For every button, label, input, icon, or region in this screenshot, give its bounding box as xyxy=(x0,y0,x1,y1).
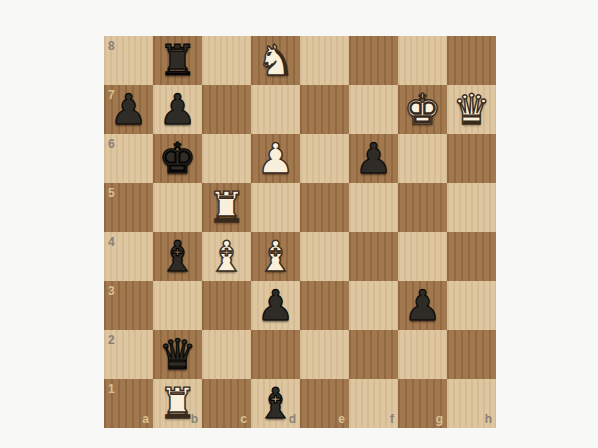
black-bishop[interactable]: ♝ xyxy=(251,379,300,428)
square-g3[interactable]: ♟ xyxy=(398,281,447,330)
square-d3[interactable]: ♟ xyxy=(251,281,300,330)
square-g7[interactable]: ♚ xyxy=(398,85,447,134)
square-g8[interactable] xyxy=(398,36,447,85)
file-label-e: e xyxy=(338,412,345,426)
black-rook[interactable]: ♜ xyxy=(153,36,202,85)
rank-label-5: 5 xyxy=(108,186,115,200)
file-label-a: a xyxy=(142,412,149,426)
square-c2[interactable] xyxy=(202,330,251,379)
square-a5[interactable]: 5 xyxy=(104,183,153,232)
square-b6[interactable]: ♚ xyxy=(153,134,202,183)
file-label-f: f xyxy=(390,412,394,426)
black-pawn[interactable]: ♟ xyxy=(398,281,447,330)
rank-label-6: 6 xyxy=(108,137,115,151)
square-g4[interactable] xyxy=(398,232,447,281)
square-h7[interactable]: ♛ xyxy=(447,85,496,134)
square-f6[interactable]: ♟ xyxy=(349,134,398,183)
square-e2[interactable] xyxy=(300,330,349,379)
rank-label-2: 2 xyxy=(108,333,115,347)
square-h5[interactable] xyxy=(447,183,496,232)
square-b7[interactable]: ♟ xyxy=(153,85,202,134)
white-knight[interactable]: ♞ xyxy=(251,36,300,85)
square-h8[interactable] xyxy=(447,36,496,85)
white-bishop[interactable]: ♝ xyxy=(202,232,251,281)
square-a6[interactable]: 6 xyxy=(104,134,153,183)
square-d1[interactable]: d♝ xyxy=(251,379,300,428)
black-pawn[interactable]: ♟ xyxy=(349,134,398,183)
square-f5[interactable] xyxy=(349,183,398,232)
white-bishop[interactable]: ♝ xyxy=(251,232,300,281)
square-b8[interactable]: ♜ xyxy=(153,36,202,85)
square-c7[interactable] xyxy=(202,85,251,134)
square-g2[interactable] xyxy=(398,330,447,379)
square-d8[interactable]: ♞ xyxy=(251,36,300,85)
white-rook[interactable]: ♜ xyxy=(153,379,202,428)
square-f3[interactable] xyxy=(349,281,398,330)
black-pawn[interactable]: ♟ xyxy=(153,85,202,134)
square-g1[interactable]: g xyxy=(398,379,447,428)
black-bishop[interactable]: ♝ xyxy=(153,232,202,281)
square-f4[interactable] xyxy=(349,232,398,281)
chess-board: 8♜♞7♟♟♚♛6♚♟♟5♜4♝♝♝3♟♟2♛1ab♜cd♝efgh xyxy=(104,36,496,428)
square-a4[interactable]: 4 xyxy=(104,232,153,281)
square-g6[interactable] xyxy=(398,134,447,183)
rank-label-1: 1 xyxy=(108,382,115,396)
square-c4[interactable]: ♝ xyxy=(202,232,251,281)
square-h1[interactable]: h xyxy=(447,379,496,428)
square-b5[interactable] xyxy=(153,183,202,232)
square-b1[interactable]: b♜ xyxy=(153,379,202,428)
black-queen[interactable]: ♛ xyxy=(153,330,202,379)
square-e8[interactable] xyxy=(300,36,349,85)
black-pawn[interactable]: ♟ xyxy=(104,85,153,134)
white-pawn[interactable]: ♟ xyxy=(251,134,300,183)
black-pawn[interactable]: ♟ xyxy=(251,281,300,330)
square-h6[interactable] xyxy=(447,134,496,183)
white-queen[interactable]: ♛ xyxy=(447,85,496,134)
square-c1[interactable]: c xyxy=(202,379,251,428)
file-label-g: g xyxy=(436,412,443,426)
black-king[interactable]: ♚ xyxy=(153,134,202,183)
square-c6[interactable] xyxy=(202,134,251,183)
square-e4[interactable] xyxy=(300,232,349,281)
square-e6[interactable] xyxy=(300,134,349,183)
square-f7[interactable] xyxy=(349,85,398,134)
square-f1[interactable]: f xyxy=(349,379,398,428)
file-label-h: h xyxy=(485,412,492,426)
square-e1[interactable]: e xyxy=(300,379,349,428)
square-d4[interactable]: ♝ xyxy=(251,232,300,281)
square-a1[interactable]: 1a xyxy=(104,379,153,428)
square-a8[interactable]: 8 xyxy=(104,36,153,85)
square-d6[interactable]: ♟ xyxy=(251,134,300,183)
square-b4[interactable]: ♝ xyxy=(153,232,202,281)
square-h4[interactable] xyxy=(447,232,496,281)
white-rook[interactable]: ♜ xyxy=(202,183,251,232)
square-d5[interactable] xyxy=(251,183,300,232)
rank-label-4: 4 xyxy=(108,235,115,249)
square-a3[interactable]: 3 xyxy=(104,281,153,330)
square-b3[interactable] xyxy=(153,281,202,330)
square-f2[interactable] xyxy=(349,330,398,379)
square-f8[interactable] xyxy=(349,36,398,85)
white-king[interactable]: ♚ xyxy=(398,85,447,134)
square-d2[interactable] xyxy=(251,330,300,379)
square-h2[interactable] xyxy=(447,330,496,379)
square-h3[interactable] xyxy=(447,281,496,330)
file-label-c: c xyxy=(240,412,247,426)
square-c3[interactable] xyxy=(202,281,251,330)
square-g5[interactable] xyxy=(398,183,447,232)
square-a2[interactable]: 2 xyxy=(104,330,153,379)
square-b2[interactable]: ♛ xyxy=(153,330,202,379)
square-e3[interactable] xyxy=(300,281,349,330)
square-d7[interactable] xyxy=(251,85,300,134)
rank-label-3: 3 xyxy=(108,284,115,298)
square-e5[interactable] xyxy=(300,183,349,232)
rank-label-8: 8 xyxy=(108,39,115,53)
square-c5[interactable]: ♜ xyxy=(202,183,251,232)
square-c8[interactable] xyxy=(202,36,251,85)
square-a7[interactable]: 7♟ xyxy=(104,85,153,134)
page-background: 8♜♞7♟♟♚♛6♚♟♟5♜4♝♝♝3♟♟2♛1ab♜cd♝efgh xyxy=(0,0,598,448)
square-e7[interactable] xyxy=(300,85,349,134)
